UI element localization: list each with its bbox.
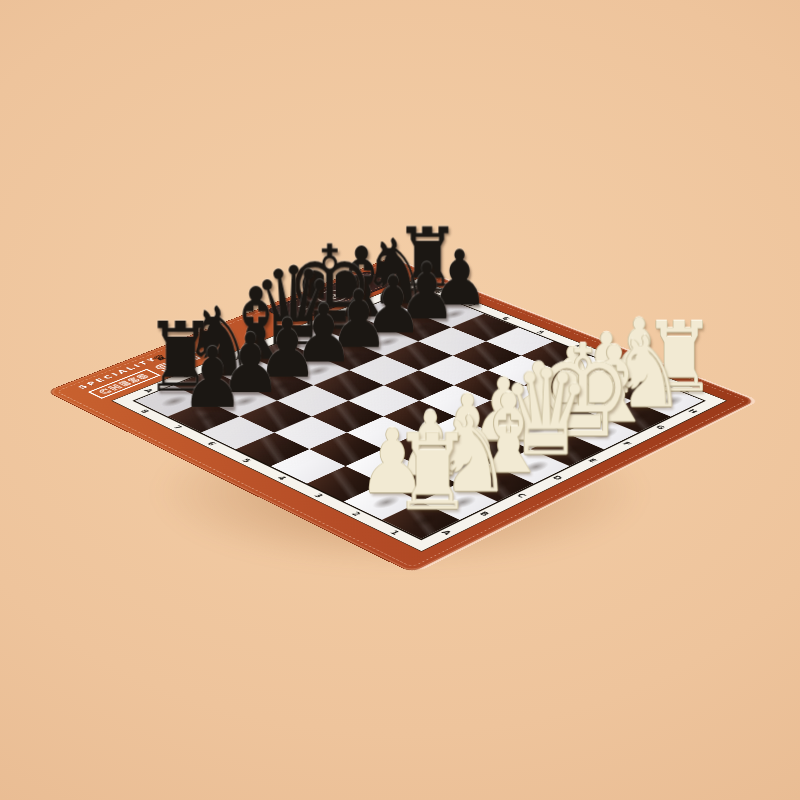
badge-bars-icon <box>346 283 366 291</box>
product-photo-stage: SPECIALITY ♛ CHESS SET a ABCDEFGH ABCDEF… <box>0 0 800 800</box>
piece-white-rook: ♜ <box>363 421 504 526</box>
badge-bars-icon <box>298 302 318 310</box>
piece-black-pawn: ♟ <box>148 337 278 421</box>
